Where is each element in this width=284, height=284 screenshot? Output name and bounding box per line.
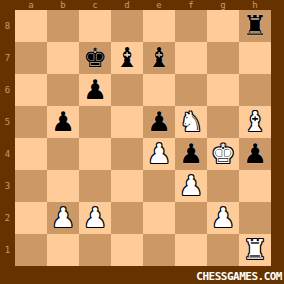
- square-b7[interactable]: [47, 42, 79, 74]
- square-c3[interactable]: [79, 170, 111, 202]
- square-g7[interactable]: [207, 42, 239, 74]
- square-h3[interactable]: [239, 170, 271, 202]
- piece-white-bishop-h5[interactable]: ♝: [239, 106, 271, 138]
- file-label-b: b: [47, 0, 79, 10]
- square-a3[interactable]: [15, 170, 47, 202]
- piece-white-pawn-f3[interactable]: ♟: [175, 170, 207, 202]
- square-c8[interactable]: [79, 10, 111, 42]
- square-a2[interactable]: [15, 202, 47, 234]
- square-d2[interactable]: [111, 202, 143, 234]
- chess-diagram: abcdefgh 87654321 ♜♚♝♝♟♟♟♞♝♟♟♚♟♟♟♟♟♜ CHE…: [0, 0, 284, 284]
- square-e1[interactable]: [143, 234, 175, 266]
- piece-black-pawn-c6[interactable]: ♟: [79, 74, 111, 106]
- square-g8[interactable]: [207, 10, 239, 42]
- file-label-d: d: [111, 0, 143, 10]
- piece-white-pawn-g2[interactable]: ♟: [207, 202, 239, 234]
- square-b1[interactable]: [47, 234, 79, 266]
- square-a4[interactable]: [15, 138, 47, 170]
- square-e8[interactable]: [143, 10, 175, 42]
- square-d4[interactable]: [111, 138, 143, 170]
- square-b6[interactable]: [47, 74, 79, 106]
- square-e3[interactable]: [143, 170, 175, 202]
- square-d8[interactable]: [111, 10, 143, 42]
- piece-black-pawn-e5[interactable]: ♟: [143, 106, 175, 138]
- file-labels: abcdefgh: [15, 0, 271, 10]
- square-g6[interactable]: [207, 74, 239, 106]
- rank-label-2: 2: [0, 202, 15, 234]
- square-h7[interactable]: [239, 42, 271, 74]
- square-f1[interactable]: [175, 234, 207, 266]
- rank-label-3: 3: [0, 170, 15, 202]
- file-label-h: h: [239, 0, 271, 10]
- rank-label-7: 7: [0, 42, 15, 74]
- square-a6[interactable]: [15, 74, 47, 106]
- piece-black-bishop-d7[interactable]: ♝: [111, 42, 143, 74]
- square-f2[interactable]: [175, 202, 207, 234]
- piece-black-pawn-b5[interactable]: ♟: [47, 106, 79, 138]
- rank-label-8: 8: [0, 10, 15, 42]
- square-h2[interactable]: [239, 202, 271, 234]
- square-e6[interactable]: [143, 74, 175, 106]
- square-d5[interactable]: [111, 106, 143, 138]
- square-d3[interactable]: [111, 170, 143, 202]
- piece-black-pawn-h4[interactable]: ♟: [239, 138, 271, 170]
- square-c5[interactable]: [79, 106, 111, 138]
- piece-black-king-c7[interactable]: ♚: [79, 42, 111, 74]
- piece-white-rook-h1[interactable]: ♜: [239, 234, 271, 266]
- square-f6[interactable]: [175, 74, 207, 106]
- rank-label-1: 1: [0, 234, 15, 266]
- rank-label-6: 6: [0, 74, 15, 106]
- piece-white-pawn-c2[interactable]: ♟: [79, 202, 111, 234]
- rank-label-5: 5: [0, 106, 15, 138]
- square-d6[interactable]: [111, 74, 143, 106]
- file-label-c: c: [79, 0, 111, 10]
- square-h6[interactable]: [239, 74, 271, 106]
- square-g5[interactable]: [207, 106, 239, 138]
- piece-black-pawn-f4[interactable]: ♟: [175, 138, 207, 170]
- file-label-g: g: [207, 0, 239, 10]
- square-e2[interactable]: [143, 202, 175, 234]
- site-brand-text: CHESSGAMES.COM: [196, 270, 282, 283]
- file-label-f: f: [175, 0, 207, 10]
- piece-black-rook-h8[interactable]: ♜: [239, 10, 271, 42]
- piece-white-knight-f5[interactable]: ♞: [175, 106, 207, 138]
- piece-white-pawn-b2[interactable]: ♟: [47, 202, 79, 234]
- square-c4[interactable]: [79, 138, 111, 170]
- square-a8[interactable]: [15, 10, 47, 42]
- piece-white-king-g4[interactable]: ♚: [207, 138, 239, 170]
- rank-labels: 87654321: [0, 10, 15, 266]
- square-f8[interactable]: [175, 10, 207, 42]
- piece-white-pawn-e4[interactable]: ♟: [143, 138, 175, 170]
- square-g1[interactable]: [207, 234, 239, 266]
- square-b8[interactable]: [47, 10, 79, 42]
- square-f7[interactable]: [175, 42, 207, 74]
- square-g3[interactable]: [207, 170, 239, 202]
- square-b4[interactable]: [47, 138, 79, 170]
- square-c1[interactable]: [79, 234, 111, 266]
- square-d1[interactable]: [111, 234, 143, 266]
- piece-black-bishop-e7[interactable]: ♝: [143, 42, 175, 74]
- square-a5[interactable]: [15, 106, 47, 138]
- file-label-a: a: [15, 0, 47, 10]
- rank-label-4: 4: [0, 138, 15, 170]
- square-b3[interactable]: [47, 170, 79, 202]
- file-label-e: e: [143, 0, 175, 10]
- square-a7[interactable]: [15, 42, 47, 74]
- square-a1[interactable]: [15, 234, 47, 266]
